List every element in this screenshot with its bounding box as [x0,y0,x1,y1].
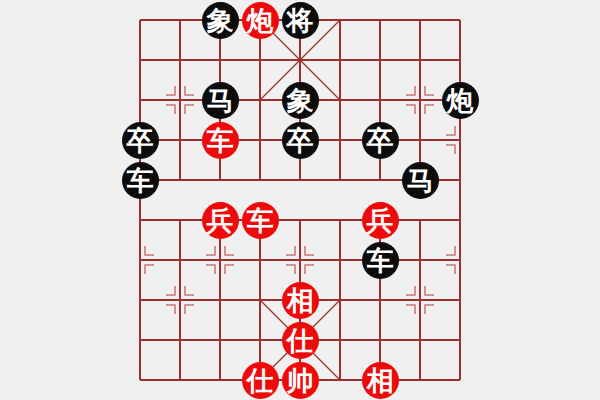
piece-red-general-e1[interactable]: 帅 [282,362,319,399]
piece-black-horse-c8[interactable]: 马 [202,82,239,119]
piece-red-elephant-e3[interactable]: 相 [282,282,319,319]
piece-black-chariot-g4[interactable]: 车 [362,242,399,279]
piece-red-cannon-d10[interactable]: 炮 [242,2,279,39]
xiangqi-board: 象炮将马象炮卒车卒卒车马兵车兵车相仕仕帅相 [0,0,600,400]
piece-black-chariot-a6[interactable]: 车 [122,162,159,199]
piece-red-elephant-g1[interactable]: 相 [362,362,399,399]
piece-black-pawn-g7[interactable]: 卒 [362,122,399,159]
piece-red-chariot-d5[interactable]: 车 [242,202,279,239]
piece-black-pawn-e7[interactable]: 卒 [282,122,319,159]
piece-black-elephant-c10[interactable]: 象 [202,2,239,39]
piece-red-chariot-c7[interactable]: 车 [202,122,239,159]
piece-grid: 象炮将马象炮卒车卒卒车马兵车兵车相仕仕帅相 [120,0,480,400]
piece-black-elephant-e8[interactable]: 象 [282,82,319,119]
piece-red-pawn-c5[interactable]: 兵 [202,202,239,239]
piece-red-advisor-d1[interactable]: 仕 [242,362,279,399]
piece-black-general-e10[interactable]: 将 [282,2,319,39]
piece-black-cannon-i8[interactable]: 炮 [442,82,479,119]
piece-red-pawn-g5[interactable]: 兵 [362,202,399,239]
piece-red-advisor-e2[interactable]: 仕 [282,322,319,359]
piece-black-pawn-a7[interactable]: 卒 [122,122,159,159]
piece-black-horse-h6[interactable]: 马 [402,162,439,199]
